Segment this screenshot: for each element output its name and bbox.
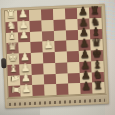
- square-r3c5[interactable]: [54, 30, 66, 41]
- square-r8c4[interactable]: [44, 84, 56, 95]
- square-r5c5[interactable]: [55, 51, 67, 62]
- square-r1c6[interactable]: [65, 8, 77, 19]
- square-r6c4[interactable]: [43, 63, 55, 74]
- square-r8c3[interactable]: [32, 85, 44, 96]
- piece-white-knight-lying[interactable]: ♞: [10, 74, 21, 84]
- piece-white-rook-lying[interactable]: ♜: [10, 85, 21, 95]
- piece-black-pawn[interactable]: ♟: [81, 82, 91, 92]
- square-r4c5[interactable]: [54, 41, 66, 52]
- square-r5c4[interactable]: [43, 52, 55, 63]
- square-r4c3[interactable]: [30, 42, 42, 53]
- square-r6c6[interactable]: [67, 62, 79, 73]
- square-r8c8[interactable]: ♜: [92, 82, 104, 93]
- square-r4c6[interactable]: [66, 40, 78, 51]
- piece-black-rook[interactable]: ♜: [93, 81, 103, 91]
- square-r1c3[interactable]: [29, 10, 41, 21]
- photo-background: ♜♟♟♜♞♟♟♞♝♟♟♝♛♟♟♛♚♟♟♚♝♟♟♝♞♟♟♞♜♟♟♜: [0, 0, 115, 115]
- piece-white-pawn[interactable]: ♟: [21, 84, 31, 94]
- square-r2c5[interactable]: [53, 19, 65, 30]
- piece-white-pawn[interactable]: ♟: [43, 40, 53, 50]
- board-latch: [1, 58, 6, 68]
- board-grid: ♜♟♟♜♞♟♟♞♝♟♟♝♛♟♟♛♚♟♟♚♝♟♟♝♞♟♟♞♜♟♟♜: [5, 7, 105, 97]
- square-r5c3[interactable]: [31, 53, 43, 64]
- square-r8c7[interactable]: ♟: [80, 83, 92, 94]
- square-r8c1[interactable]: ♜: [8, 86, 20, 97]
- square-r1c5[interactable]: [53, 9, 65, 20]
- square-r8c2[interactable]: ♟: [20, 85, 32, 96]
- square-r8c5[interactable]: [56, 84, 68, 95]
- square-r6c3[interactable]: [31, 63, 43, 74]
- piece-white-pawn[interactable]: ♟: [19, 30, 29, 40]
- square-r2c3[interactable]: [29, 20, 41, 31]
- square-r7c4[interactable]: [44, 73, 56, 84]
- square-r4c4[interactable]: ♟: [42, 41, 54, 52]
- square-r5c6[interactable]: [67, 51, 79, 62]
- square-r8c6[interactable]: [68, 83, 80, 94]
- square-r7c5[interactable]: [56, 73, 68, 84]
- square-r7c3[interactable]: [32, 74, 44, 85]
- square-r3c6[interactable]: [66, 29, 78, 40]
- square-r2c6[interactable]: [65, 19, 77, 30]
- square-r7c6[interactable]: [68, 72, 80, 83]
- square-r3c2[interactable]: ♟: [18, 32, 30, 43]
- square-r3c3[interactable]: [30, 31, 42, 42]
- piece-white-bishop[interactable]: ♝: [8, 63, 18, 73]
- square-r2c4[interactable]: [41, 20, 53, 31]
- square-r1c4[interactable]: [41, 9, 53, 20]
- chess-board: ♜♟♟♜♞♟♟♞♝♟♟♝♛♟♟♛♚♟♟♚♝♟♟♝♞♟♟♞♜♟♟♜: [1, 4, 109, 108]
- square-r6c5[interactable]: [55, 62, 67, 73]
